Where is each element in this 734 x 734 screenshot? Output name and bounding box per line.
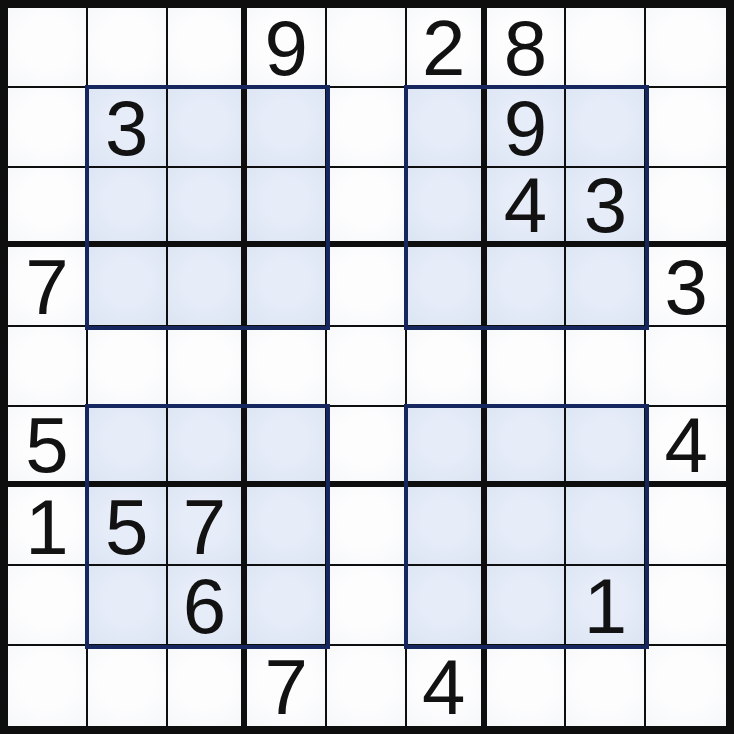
cell-r7c8[interactable] (566, 487, 646, 567)
cell-r4c6[interactable] (407, 247, 487, 327)
given-digit: 3 (584, 168, 627, 245)
cell-r6c7[interactable] (487, 407, 567, 487)
cell-r3c7[interactable]: 4 (487, 168, 567, 248)
cell-r3c1[interactable] (8, 168, 88, 248)
given-digit: 9 (265, 9, 308, 87)
given-digit: 4 (664, 407, 707, 484)
cell-r4c3[interactable] (168, 247, 248, 327)
cell-r5c7[interactable] (487, 327, 567, 407)
cell-r8c4[interactable] (247, 566, 327, 646)
cell-r1c8[interactable] (566, 8, 646, 88)
cell-r9c2[interactable] (88, 646, 168, 726)
cell-r1c2[interactable] (88, 8, 168, 88)
given-digit: 3 (664, 248, 707, 326)
given-digit: 7 (265, 648, 308, 726)
cell-r8c3[interactable]: 6 (168, 566, 248, 646)
cell-r8c9[interactable] (646, 566, 726, 646)
cell-r6c6[interactable] (407, 407, 487, 487)
cell-r2c9[interactable] (646, 88, 726, 168)
cell-r9c8[interactable] (566, 646, 646, 726)
cell-r3c8[interactable]: 3 (566, 168, 646, 248)
cell-r5c1[interactable] (8, 327, 88, 407)
sudoku-board: 928394373541576174 (0, 0, 734, 734)
cell-r1c5[interactable] (327, 8, 407, 88)
cell-r8c2[interactable] (88, 566, 168, 646)
cell-r2c6[interactable] (407, 88, 487, 168)
cell-r2c2[interactable]: 3 (88, 88, 168, 168)
cell-r9c3[interactable] (168, 646, 248, 726)
cell-r7c4[interactable] (247, 487, 327, 567)
given-digit: 7 (183, 488, 226, 566)
cell-r9c9[interactable] (646, 646, 726, 726)
cell-r6c9[interactable]: 4 (646, 407, 726, 487)
cell-r8c7[interactable] (487, 566, 567, 646)
cell-r8c1[interactable] (8, 566, 88, 646)
given-digit: 4 (422, 648, 465, 726)
cell-r5c4[interactable] (247, 327, 327, 407)
cell-r1c1[interactable] (8, 8, 88, 88)
cell-r3c2[interactable] (88, 168, 168, 248)
cell-r7c7[interactable] (487, 487, 567, 567)
cell-r4c4[interactable] (247, 247, 327, 327)
cell-r6c4[interactable] (247, 407, 327, 487)
cell-r1c3[interactable] (168, 8, 248, 88)
cell-r6c2[interactable] (88, 407, 168, 487)
cell-r3c4[interactable] (247, 168, 327, 248)
given-digit: 5 (105, 488, 148, 566)
cell-r9c4[interactable]: 7 (247, 646, 327, 726)
cell-r8c8[interactable]: 1 (566, 566, 646, 646)
given-digit: 3 (105, 89, 148, 167)
given-digit: 4 (504, 168, 547, 245)
given-digit: 7 (25, 248, 68, 326)
cell-r4c7[interactable] (487, 247, 567, 327)
cell-r8c6[interactable] (407, 566, 487, 646)
cell-r3c9[interactable] (646, 168, 726, 248)
cell-r5c2[interactable] (88, 327, 168, 407)
cell-r4c5[interactable] (327, 247, 407, 327)
cell-r4c9[interactable]: 3 (646, 247, 726, 327)
cell-r5c9[interactable] (646, 327, 726, 407)
cell-r9c7[interactable] (487, 646, 567, 726)
cell-r7c3[interactable]: 7 (168, 487, 248, 567)
cell-r9c6[interactable]: 4 (407, 646, 487, 726)
cell-r2c8[interactable] (566, 88, 646, 168)
cell-r5c3[interactable] (168, 327, 248, 407)
cell-r6c1[interactable]: 5 (8, 407, 88, 487)
cell-r9c5[interactable] (327, 646, 407, 726)
cell-r2c3[interactable] (168, 88, 248, 168)
cell-r2c5[interactable] (327, 88, 407, 168)
cell-r2c4[interactable] (247, 88, 327, 168)
sudoku-page: 928394373541576174 (0, 0, 734, 734)
cell-r4c1[interactable]: 7 (8, 247, 88, 327)
given-digit: 1 (584, 567, 627, 645)
given-digit: 1 (25, 488, 68, 566)
given-digit: 2 (422, 9, 465, 87)
cell-r7c1[interactable]: 1 (8, 487, 88, 567)
given-digit: 8 (504, 9, 547, 87)
given-digit: 5 (25, 407, 68, 484)
cell-r7c9[interactable] (646, 487, 726, 567)
cell-r3c3[interactable] (168, 168, 248, 248)
cell-r7c6[interactable] (407, 487, 487, 567)
cell-r2c7[interactable]: 9 (487, 88, 567, 168)
cell-r5c8[interactable] (566, 327, 646, 407)
given-digit: 6 (183, 567, 226, 645)
cell-r1c6[interactable]: 2 (407, 8, 487, 88)
cell-r7c5[interactable] (327, 487, 407, 567)
cell-r2c1[interactable] (8, 88, 88, 168)
cell-r6c8[interactable] (566, 407, 646, 487)
cell-r3c6[interactable] (407, 168, 487, 248)
cell-r1c9[interactable] (646, 8, 726, 88)
cell-r8c5[interactable] (327, 566, 407, 646)
cell-r5c6[interactable] (407, 327, 487, 407)
cell-r4c2[interactable] (88, 247, 168, 327)
cell-r7c2[interactable]: 5 (88, 487, 168, 567)
cell-r1c7[interactable]: 8 (487, 8, 567, 88)
cell-r5c5[interactable] (327, 327, 407, 407)
cell-r4c8[interactable] (566, 247, 646, 327)
cell-r3c5[interactable] (327, 168, 407, 248)
cell-r1c4[interactable]: 9 (247, 8, 327, 88)
cell-r9c1[interactable] (8, 646, 88, 726)
given-digit: 9 (504, 89, 547, 167)
cell-r6c3[interactable] (168, 407, 248, 487)
cell-r6c5[interactable] (327, 407, 407, 487)
